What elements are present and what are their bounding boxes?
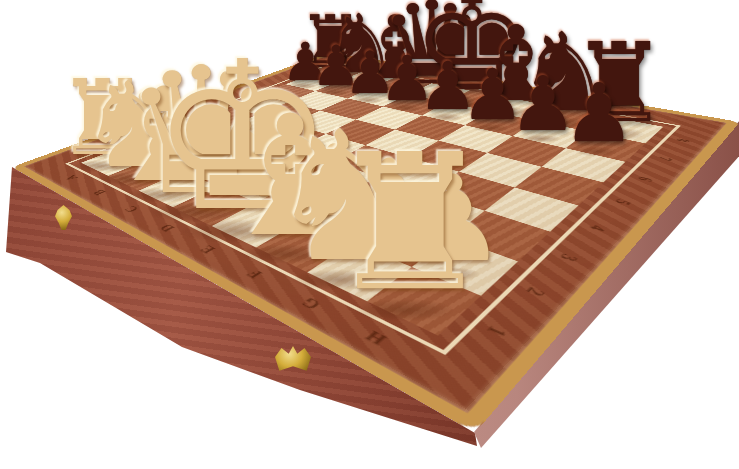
- white-rook-icon: ♜: [326, 130, 494, 318]
- black-pawn-icon: ♟: [563, 74, 635, 155]
- photo-stage: ABCDEFGH12345678 ♜♞♝♛♚♝♞♜♟♟♟♟♟♟♟♟♟♟♟♟♟♟♟…: [0, 0, 739, 469]
